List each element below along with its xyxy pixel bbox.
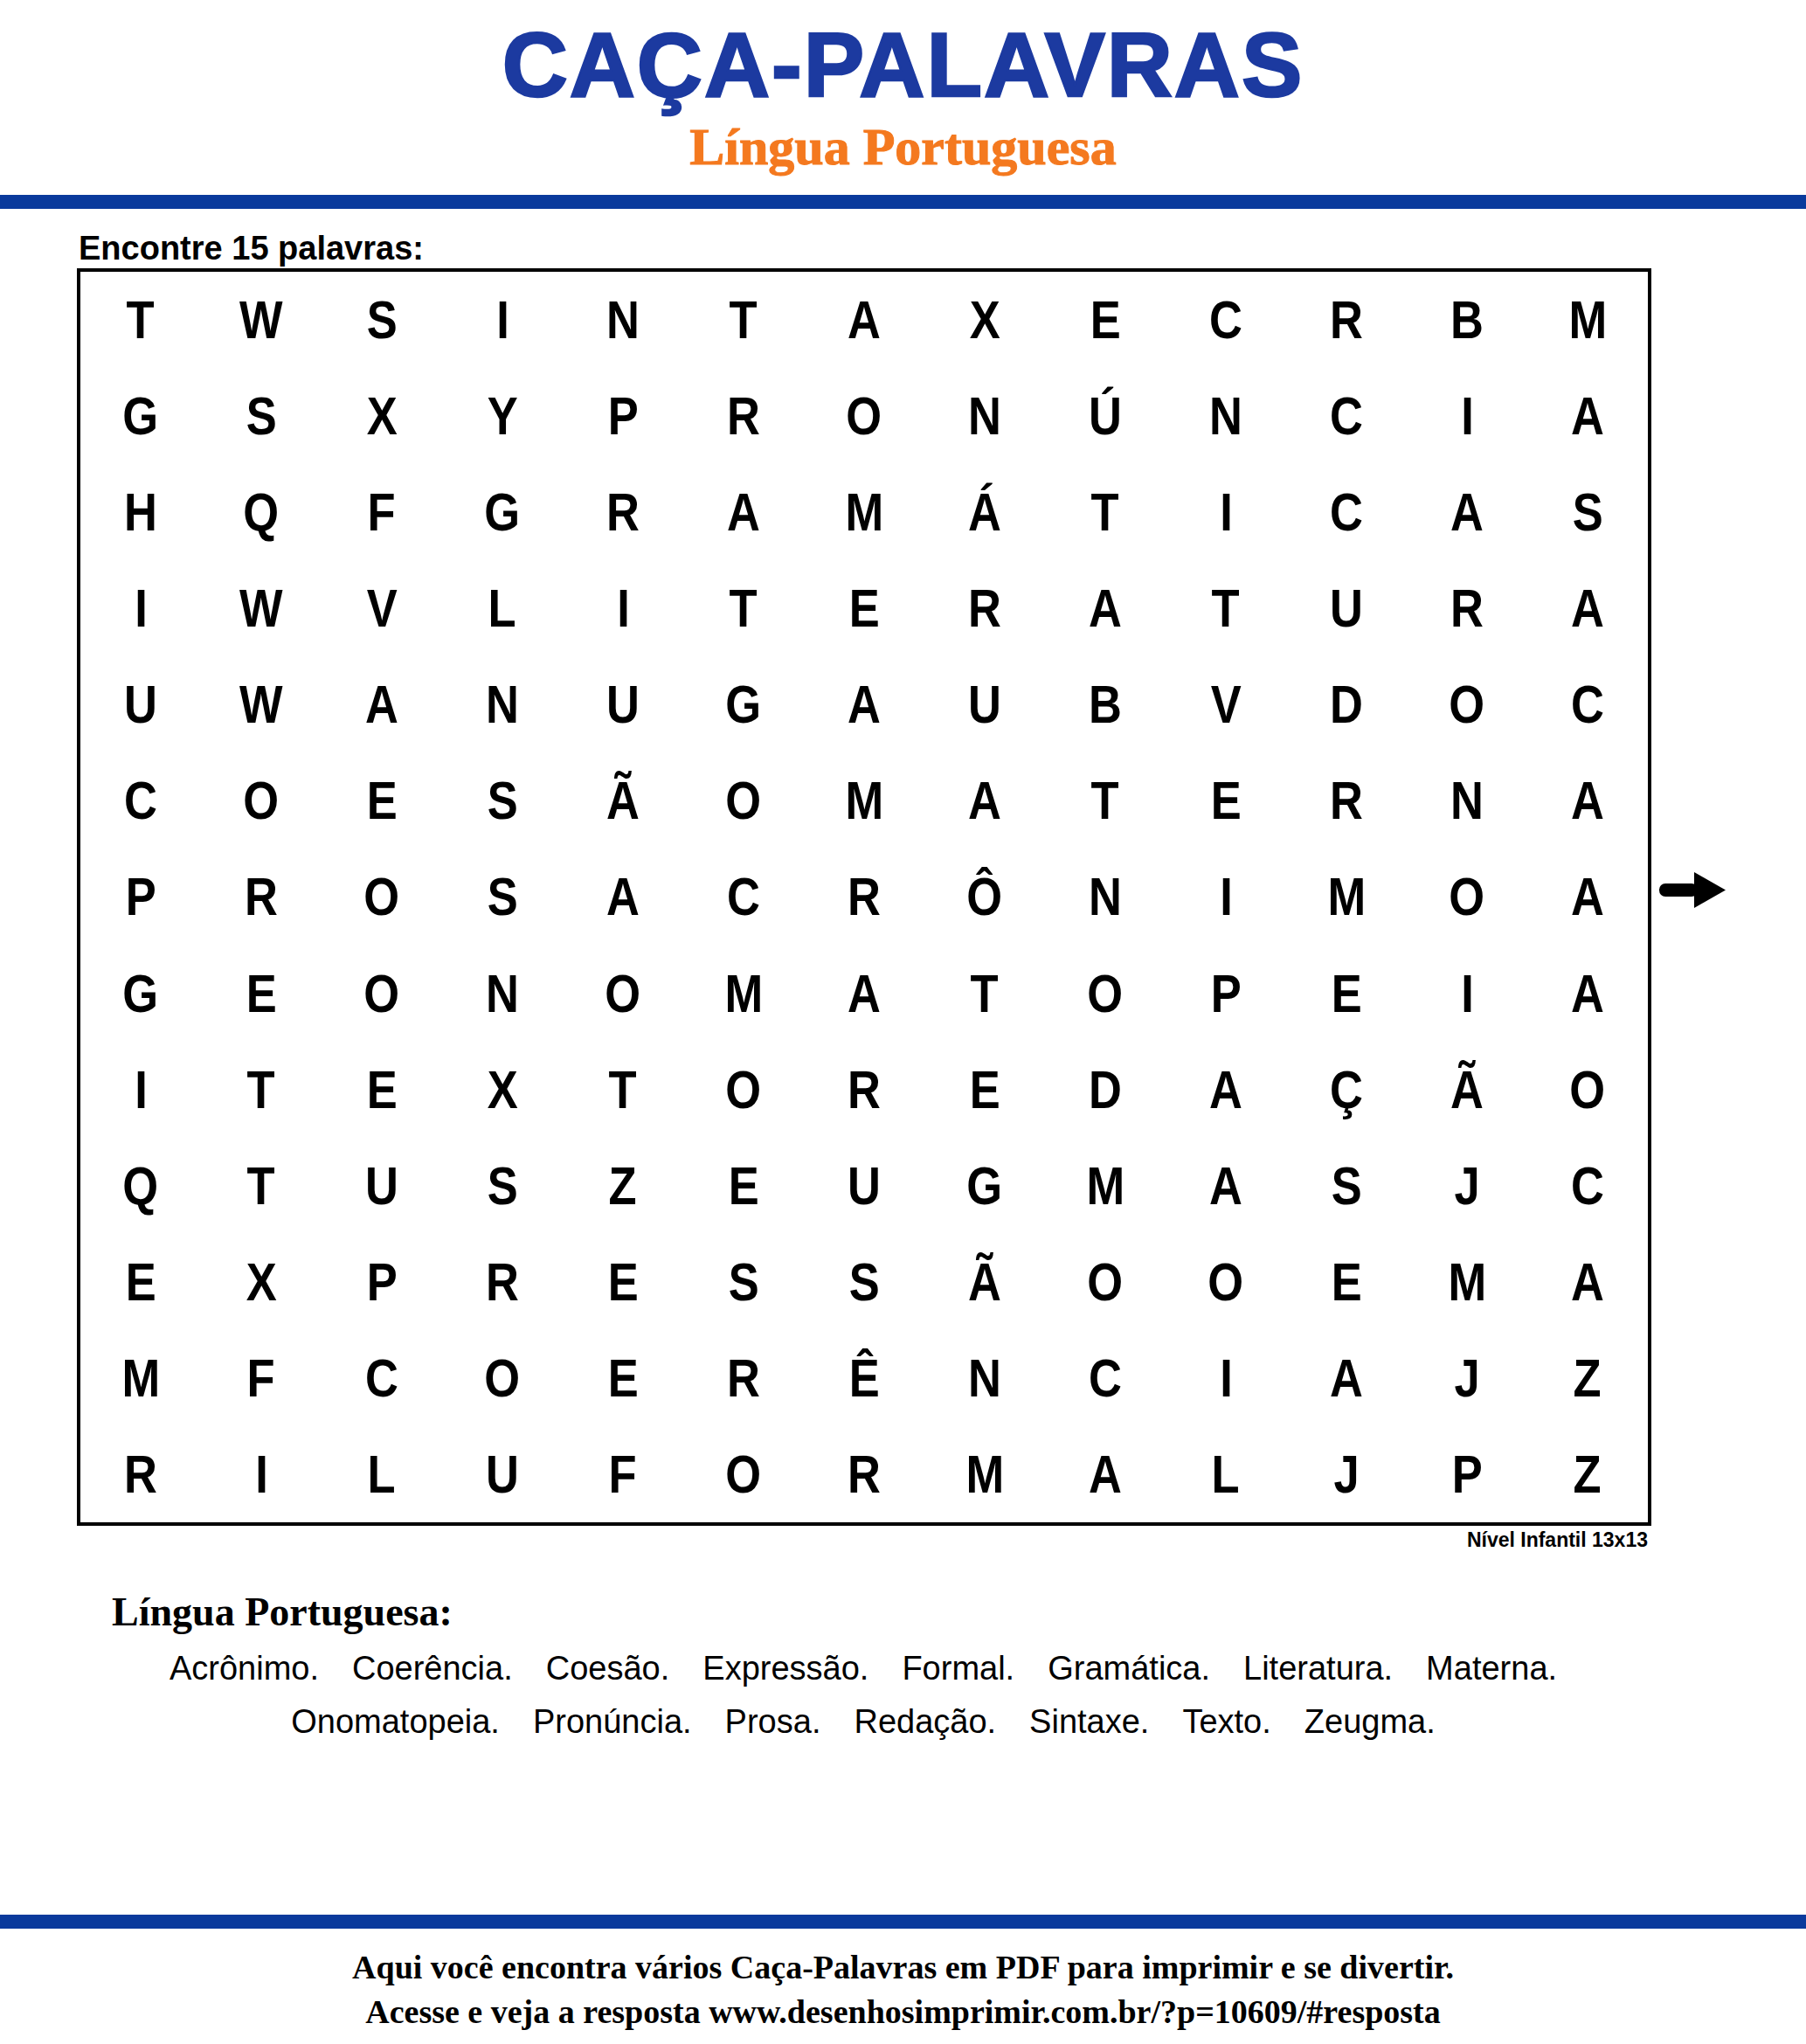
grid-cell[interactable]: G: [80, 946, 201, 1042]
grid-cell[interactable]: C: [322, 1330, 442, 1426]
cell-letter: B: [1089, 674, 1122, 735]
grid-cell[interactable]: Ô: [924, 849, 1045, 945]
cell-letter: C: [1571, 1155, 1604, 1216]
cell-letter: M: [845, 770, 883, 831]
grid-cell[interactable]: T: [563, 1042, 683, 1138]
grid-cell[interactable]: I: [1166, 1330, 1286, 1426]
cell-letter: O: [726, 1059, 762, 1120]
cell-letter: R: [848, 866, 881, 927]
grid-cell[interactable]: M: [1527, 272, 1648, 368]
cell-letter: U: [606, 674, 640, 735]
grid-cell[interactable]: A: [1407, 464, 1527, 560]
cell-letter: A: [1330, 1348, 1363, 1409]
grid-cell[interactable]: D: [1286, 656, 1407, 752]
cell-letter: C: [1330, 482, 1363, 543]
grid-cell[interactable]: M: [683, 946, 804, 1042]
grid-cell[interactable]: O: [804, 368, 924, 464]
grid-cell[interactable]: Q: [80, 1138, 201, 1234]
cell-letter: M: [121, 1348, 160, 1409]
cell-letter: S: [1332, 1155, 1362, 1216]
cell-letter: U: [486, 1444, 519, 1505]
cell-letter: I: [135, 578, 148, 639]
grid-cell[interactable]: Ç: [1286, 1042, 1407, 1138]
grid-cell[interactable]: P: [563, 368, 683, 464]
grid-cell[interactable]: R: [924, 560, 1045, 656]
grid-cell[interactable]: I: [1407, 946, 1527, 1042]
cell-letter: O: [1088, 963, 1124, 1024]
grid-cell[interactable]: J: [1407, 1330, 1527, 1426]
cell-letter: R: [124, 1444, 157, 1505]
grid-cell[interactable]: A: [1045, 560, 1166, 656]
grid-cell[interactable]: C: [80, 752, 201, 849]
cell-letter: P: [608, 385, 639, 447]
grid-cell[interactable]: A: [804, 272, 924, 368]
grid-cell[interactable]: R: [1286, 752, 1407, 849]
grid-cell[interactable]: C: [1045, 1330, 1166, 1426]
word-list-item: Zeugma.: [1304, 1703, 1436, 1741]
cell-letter: J: [1333, 1444, 1359, 1505]
grid-cell[interactable]: J: [1407, 1138, 1527, 1234]
grid-cell[interactable]: O: [683, 1426, 804, 1522]
grid-cell[interactable]: M: [1407, 1234, 1527, 1330]
grid-cell[interactable]: A: [1527, 560, 1648, 656]
footer-divider: [0, 1915, 1806, 1929]
grid-cell[interactable]: Ã: [563, 752, 683, 849]
cell-letter: M: [965, 1444, 1004, 1505]
grid-cell[interactable]: C: [1286, 464, 1407, 560]
cell-letter: R: [848, 1059, 881, 1120]
grid-cell[interactable]: Y: [442, 368, 563, 464]
grid-cell[interactable]: T: [1045, 464, 1166, 560]
grid-cell[interactable]: N: [1407, 752, 1527, 849]
cell-letter: R: [245, 866, 278, 927]
cell-letter: E: [608, 1348, 639, 1409]
cell-letter: U: [1330, 578, 1363, 639]
grid-cell[interactable]: T: [1045, 752, 1166, 849]
grid-cell[interactable]: T: [683, 560, 804, 656]
word-list-item: Coesão.: [546, 1650, 670, 1687]
cell-letter: P: [1211, 963, 1242, 1024]
grid-cell[interactable]: A: [1527, 946, 1648, 1042]
grid-cell[interactable]: O: [442, 1330, 563, 1426]
cell-letter: Z: [1574, 1348, 1602, 1409]
cell-letter: P: [1452, 1444, 1483, 1505]
grid-cell[interactable]: U: [804, 1138, 924, 1234]
grid-cell[interactable]: O: [322, 849, 442, 945]
cell-letter: U: [365, 1155, 398, 1216]
grid-cell[interactable]: U: [442, 1426, 563, 1522]
cell-letter: Y: [488, 385, 518, 447]
grid-cell[interactable]: R: [683, 368, 804, 464]
cell-letter: Ú: [1089, 385, 1122, 447]
grid-cell[interactable]: A: [1286, 1330, 1407, 1426]
grid-cell[interactable]: R: [683, 1330, 804, 1426]
grid-cell[interactable]: F: [563, 1426, 683, 1522]
word-list-item: Gramática.: [1048, 1650, 1210, 1687]
cell-letter: E: [970, 1059, 1000, 1120]
grid-cell[interactable]: A: [1527, 1234, 1648, 1330]
grid-cell[interactable]: T: [924, 946, 1045, 1042]
grid-cell[interactable]: U: [80, 656, 201, 752]
grid-cell[interactable]: T: [1166, 560, 1286, 656]
cell-letter: G: [123, 385, 159, 447]
grid-cell[interactable]: P: [1407, 1426, 1527, 1522]
grid-cell[interactable]: Q: [201, 464, 322, 560]
grid-cell[interactable]: Ã: [1407, 1042, 1527, 1138]
cell-letter: A: [1450, 482, 1484, 543]
cell-letter: E: [608, 1251, 639, 1313]
cell-letter: A: [1089, 578, 1122, 639]
cell-letter: O: [244, 770, 280, 831]
cell-letter: L: [1212, 1444, 1240, 1505]
grid-cell[interactable]: F: [322, 464, 442, 560]
grid-cell[interactable]: E: [1166, 752, 1286, 849]
cell-letter: N: [968, 1348, 1001, 1409]
grid-cell[interactable]: S: [804, 1234, 924, 1330]
cell-letter: I: [1461, 385, 1474, 447]
grid-cell[interactable]: U: [322, 1138, 442, 1234]
cell-letter: B: [1450, 289, 1484, 350]
cell-letter: S: [488, 770, 518, 831]
grid-cell[interactable]: I: [80, 1042, 201, 1138]
cell-letter: Ã: [968, 1251, 1001, 1313]
cell-letter: E: [1090, 289, 1121, 350]
cell-letter: M: [1568, 289, 1607, 350]
grid-cell[interactable]: A: [1166, 1138, 1286, 1234]
grid-cell[interactable]: S: [1527, 464, 1648, 560]
grid-cell[interactable]: I: [201, 1426, 322, 1522]
grid-cell[interactable]: M: [924, 1426, 1045, 1522]
grid-cell[interactable]: J: [1286, 1426, 1407, 1522]
grid-cell[interactable]: R: [1407, 560, 1527, 656]
cell-letter: Á: [968, 482, 1001, 543]
cell-letter: I: [255, 1444, 268, 1505]
grid-cell[interactable]: P: [322, 1234, 442, 1330]
cell-letter: S: [488, 1155, 518, 1216]
grid-cell[interactable]: M: [804, 752, 924, 849]
grid-cell[interactable]: S: [1286, 1138, 1407, 1234]
cell-letter: N: [1209, 385, 1242, 447]
grid-cell[interactable]: W: [201, 560, 322, 656]
grid-cell[interactable]: O: [683, 1042, 804, 1138]
grid-cell[interactable]: N: [1166, 368, 1286, 464]
grid-cell[interactable]: H: [80, 464, 201, 560]
cell-letter: G: [485, 482, 521, 543]
grid-cell[interactable]: M: [80, 1330, 201, 1426]
word-list-item: Formal.: [902, 1650, 1014, 1687]
cell-letter: O: [726, 1444, 762, 1505]
cell-letter: O: [605, 963, 641, 1024]
grid-cell[interactable]: R: [563, 464, 683, 560]
grid-cell[interactable]: N: [442, 946, 563, 1042]
grid-cell[interactable]: I: [442, 272, 563, 368]
grid-cell[interactable]: C: [1527, 1138, 1648, 1234]
cell-letter: F: [609, 1444, 637, 1505]
grid-cell[interactable]: L: [1166, 1426, 1286, 1522]
cell-letter: C: [124, 770, 157, 831]
cell-letter: R: [1450, 578, 1484, 639]
cell-letter: M: [845, 482, 883, 543]
cell-letter: M: [724, 963, 763, 1024]
grid-cell[interactable]: A: [563, 849, 683, 945]
grid-cell[interactable]: B: [1045, 656, 1166, 752]
cell-letter: G: [726, 674, 762, 735]
grid-cell[interactable]: Z: [563, 1138, 683, 1234]
cell-letter: R: [1330, 770, 1363, 831]
grid-cell[interactable]: E: [804, 560, 924, 656]
cell-letter: N: [606, 289, 640, 350]
grid-cell[interactable]: T: [201, 1042, 322, 1138]
cell-letter: N: [486, 963, 519, 1024]
grid-cell[interactable]: E: [1286, 946, 1407, 1042]
grid-cell[interactable]: O: [1407, 849, 1527, 945]
cell-letter: A: [1209, 1059, 1242, 1120]
cell-letter: A: [968, 770, 1001, 831]
cell-letter: N: [968, 385, 1001, 447]
grid-cell[interactable]: T: [683, 272, 804, 368]
grid-cell[interactable]: I: [563, 560, 683, 656]
cell-letter: Q: [123, 1155, 159, 1216]
grid-cell[interactable]: N: [442, 656, 563, 752]
grid-cell[interactable]: A: [1166, 1042, 1286, 1138]
grid-cell[interactable]: X: [442, 1042, 563, 1138]
grid-cell[interactable]: E: [322, 1042, 442, 1138]
word-list-item: Coerência.: [352, 1650, 513, 1687]
grid-cell[interactable]: N: [563, 272, 683, 368]
grid-cell[interactable]: U: [1286, 560, 1407, 656]
grid-cell[interactable]: Z: [1527, 1426, 1648, 1522]
grid-cell[interactable]: M: [1286, 849, 1407, 945]
word-list-item: Expressão.: [702, 1650, 868, 1687]
cell-letter: O: [1088, 1251, 1124, 1313]
cell-letter: T: [730, 578, 758, 639]
grid-cell[interactable]: E: [1045, 272, 1166, 368]
grid-cell[interactable]: Ã: [924, 1234, 1045, 1330]
grid-cell[interactable]: S: [442, 849, 563, 945]
grid-cell[interactable]: S: [442, 1138, 563, 1234]
grid-cell[interactable]: R: [201, 849, 322, 945]
grid-cell[interactable]: E: [322, 752, 442, 849]
grid-cell[interactable]: O: [1407, 656, 1527, 752]
grid-cell[interactable]: T: [80, 272, 201, 368]
grid-cell[interactable]: C: [1286, 368, 1407, 464]
page-title: CAÇA-PALAVRAS: [0, 16, 1806, 114]
grid-cell[interactable]: G: [683, 656, 804, 752]
cell-letter: F: [368, 482, 396, 543]
grid-cell[interactable]: S: [442, 752, 563, 849]
grid-cell[interactable]: Á: [924, 464, 1045, 560]
cell-letter: E: [1332, 963, 1362, 1024]
cell-letter: S: [246, 385, 277, 447]
grid-cell[interactable]: C: [1527, 656, 1648, 752]
grid-cell[interactable]: E: [563, 1330, 683, 1426]
grid-cell[interactable]: M: [804, 464, 924, 560]
grid-cell[interactable]: C: [1166, 272, 1286, 368]
cell-letter: I: [135, 1059, 148, 1120]
cell-letter: O: [1208, 1251, 1244, 1313]
grid-cell[interactable]: N: [1045, 849, 1166, 945]
cell-letter: V: [1211, 674, 1242, 735]
level-note: Nível Infantil 13x13: [77, 1528, 1648, 1552]
grid-cell[interactable]: W: [201, 272, 322, 368]
cell-letter: I: [1220, 1348, 1233, 1409]
grid-cell[interactable]: I: [1166, 464, 1286, 560]
grid-cell[interactable]: S: [201, 368, 322, 464]
cell-letter: Ã: [1450, 1059, 1484, 1120]
cell-letter: M: [1327, 866, 1366, 927]
grid-cell[interactable]: X: [924, 272, 1045, 368]
grid-cell[interactable]: R: [442, 1234, 563, 1330]
word-list-line-2: Onomatopeia.Pronúncia.Prosa.Redação.Sint…: [77, 1703, 1650, 1741]
cell-letter: R: [727, 1348, 760, 1409]
grid-cell[interactable]: C: [683, 849, 804, 945]
cell-letter: T: [247, 1155, 275, 1216]
grid-cell[interactable]: O: [563, 946, 683, 1042]
grid-cell[interactable]: G: [80, 368, 201, 464]
grid-cell[interactable]: G: [442, 464, 563, 560]
cell-letter: O: [364, 963, 400, 1024]
cell-letter: I: [1220, 866, 1233, 927]
grid-cell[interactable]: L: [322, 1426, 442, 1522]
grid-cell[interactable]: E: [1286, 1234, 1407, 1330]
cell-letter: A: [606, 866, 640, 927]
grid-cell[interactable]: I: [1407, 368, 1527, 464]
grid-cell[interactable]: O: [1527, 1042, 1648, 1138]
cell-letter: S: [729, 1251, 759, 1313]
grid-cell[interactable]: X: [201, 1234, 322, 1330]
grid-cell[interactable]: A: [804, 946, 924, 1042]
grid-cell[interactable]: R: [804, 1042, 924, 1138]
grid-cell[interactable]: U: [563, 656, 683, 752]
grid-cell[interactable]: A: [804, 656, 924, 752]
grid-cell[interactable]: A: [1527, 368, 1648, 464]
grid-cell[interactable]: A: [322, 656, 442, 752]
cell-letter: P: [367, 1251, 398, 1313]
grid-cell[interactable]: W: [201, 656, 322, 752]
cell-letter: R: [1330, 289, 1363, 350]
cell-letter: P: [126, 866, 156, 927]
cell-letter: E: [1332, 1251, 1362, 1313]
cell-letter: D: [1330, 674, 1363, 735]
cell-letter: T: [247, 1059, 275, 1120]
cell-letter: L: [488, 578, 516, 639]
grid-cell[interactable]: I: [80, 560, 201, 656]
grid-cell[interactable]: M: [1045, 1138, 1166, 1234]
grid-cell[interactable]: I: [1166, 849, 1286, 945]
grid-cell[interactable]: A: [924, 752, 1045, 849]
cell-letter: T: [730, 289, 758, 350]
cell-letter: E: [246, 963, 277, 1024]
grid-cell[interactable]: X: [322, 368, 442, 464]
grid-cell[interactable]: B: [1407, 272, 1527, 368]
cell-letter: E: [126, 1251, 156, 1313]
cell-letter: U: [968, 674, 1001, 735]
cell-letter: Ê: [849, 1348, 880, 1409]
grid-cell[interactable]: D: [1045, 1042, 1166, 1138]
grid-cell[interactable]: O: [683, 752, 804, 849]
grid-cell[interactable]: Ú: [1045, 368, 1166, 464]
cell-letter: X: [488, 1059, 518, 1120]
cell-letter: E: [849, 578, 880, 639]
grid-cell[interactable]: A: [1527, 752, 1648, 849]
cell-letter: E: [1211, 770, 1242, 831]
cell-letter: C: [1571, 674, 1604, 735]
grid-cell[interactable]: F: [201, 1330, 322, 1426]
grid-cell[interactable]: A: [1527, 849, 1648, 945]
cell-letter: A: [365, 674, 398, 735]
cell-letter: Ç: [1330, 1059, 1363, 1120]
grid-cell[interactable]: S: [683, 1234, 804, 1330]
grid-cell[interactable]: R: [1286, 272, 1407, 368]
grid-cell[interactable]: E: [683, 1138, 804, 1234]
grid-cell[interactable]: A: [1045, 1426, 1166, 1522]
word-list-item: Materna.: [1426, 1650, 1557, 1687]
cell-letter: C: [727, 866, 760, 927]
grid-cell[interactable]: V: [322, 560, 442, 656]
cell-letter: A: [1571, 866, 1604, 927]
word-list-item: Pronúncia.: [533, 1703, 692, 1741]
cell-letter: G: [967, 1155, 1003, 1216]
grid-cell[interactable]: Ê: [804, 1330, 924, 1426]
grid-cell[interactable]: Z: [1527, 1330, 1648, 1426]
grid-cell[interactable]: G: [924, 1138, 1045, 1234]
grid-cell[interactable]: P: [80, 849, 201, 945]
grid-cell[interactable]: E: [201, 946, 322, 1042]
worksheet-page: CAÇA-PALAVRAS Língua Portuguesa Encontre…: [0, 0, 1806, 2044]
cell-letter: C: [1209, 289, 1242, 350]
cell-letter: T: [609, 1059, 637, 1120]
cell-letter: R: [848, 1444, 881, 1505]
cell-letter: A: [848, 674, 881, 735]
cell-letter: O: [485, 1348, 521, 1409]
grid-cell[interactable]: R: [804, 849, 924, 945]
cell-letter: U: [848, 1155, 881, 1216]
grid-cell[interactable]: A: [683, 464, 804, 560]
cell-letter: W: [239, 289, 283, 350]
grid-cell[interactable]: O: [322, 946, 442, 1042]
grid-cell[interactable]: E: [924, 1042, 1045, 1138]
cell-letter: Z: [609, 1155, 637, 1216]
grid-cell[interactable]: R: [804, 1426, 924, 1522]
grid-cell[interactable]: U: [924, 656, 1045, 752]
grid-cell[interactable]: O: [201, 752, 322, 849]
cell-letter: X: [367, 385, 398, 447]
cell-letter: M: [1448, 1251, 1486, 1313]
grid-cell[interactable]: N: [924, 1330, 1045, 1426]
grid-cell[interactable]: L: [442, 560, 563, 656]
grid-cell[interactable]: T: [201, 1138, 322, 1234]
cell-letter: A: [727, 482, 760, 543]
grid-cell[interactable]: N: [924, 368, 1045, 464]
grid-cell[interactable]: R: [80, 1426, 201, 1522]
grid-cell[interactable]: O: [1045, 946, 1166, 1042]
grid-cell[interactable]: P: [1166, 946, 1286, 1042]
grid-cell[interactable]: O: [1166, 1234, 1286, 1330]
cell-letter: T: [1212, 578, 1240, 639]
cell-letter: T: [971, 963, 999, 1024]
word-search-grid: TWSINTAXECRBMGSXYPRONÚNCIAHQFGRAMÁTICASI…: [77, 268, 1651, 1526]
grid-cell[interactable]: E: [563, 1234, 683, 1330]
cell-letter: D: [1089, 1059, 1122, 1120]
cell-letter: A: [1089, 1444, 1122, 1505]
grid-cell[interactable]: O: [1045, 1234, 1166, 1330]
grid-cell[interactable]: V: [1166, 656, 1286, 752]
grid-cell[interactable]: S: [322, 272, 442, 368]
word-list-item: Sintaxe.: [1029, 1703, 1149, 1741]
grid-cell[interactable]: E: [80, 1234, 201, 1330]
footer-line-1: Aqui você encontra vários Caça-Palavras …: [0, 1945, 1806, 1990]
cell-letter: C: [1089, 1348, 1122, 1409]
